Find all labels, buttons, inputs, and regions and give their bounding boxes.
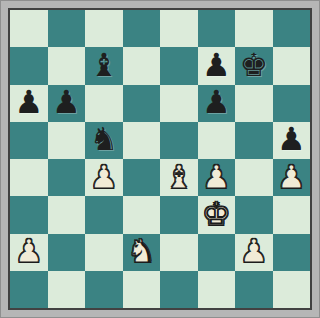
square-b1[interactable] xyxy=(48,271,86,308)
square-f4[interactable]: ♟ xyxy=(198,159,236,196)
square-h2[interactable] xyxy=(273,234,311,271)
piece-white-pawn[interactable]: ♟ xyxy=(202,161,231,193)
board-frame: ♝♟♚♟♟♟♞♟♟♝♟♟♚♟♞♟ xyxy=(0,0,320,318)
square-g1[interactable] xyxy=(235,271,273,308)
square-e2[interactable] xyxy=(160,234,198,271)
square-g3[interactable] xyxy=(235,196,273,233)
square-a1[interactable] xyxy=(10,271,48,308)
square-e3[interactable] xyxy=(160,196,198,233)
square-f3[interactable]: ♚ xyxy=(198,196,236,233)
square-a7[interactable] xyxy=(10,47,48,84)
square-e8[interactable] xyxy=(160,10,198,47)
square-e7[interactable] xyxy=(160,47,198,84)
piece-black-bishop[interactable]: ♝ xyxy=(89,49,118,81)
square-h8[interactable] xyxy=(273,10,311,47)
square-b4[interactable] xyxy=(48,159,86,196)
square-e4[interactable]: ♝ xyxy=(160,159,198,196)
chess-board: ♝♟♚♟♟♟♞♟♟♝♟♟♚♟♞♟ xyxy=(8,8,312,310)
square-d6[interactable] xyxy=(123,85,161,122)
square-h4[interactable]: ♟ xyxy=(273,159,311,196)
square-a8[interactable] xyxy=(10,10,48,47)
square-a6[interactable]: ♟ xyxy=(10,85,48,122)
piece-white-pawn[interactable]: ♟ xyxy=(14,235,43,267)
square-f6[interactable]: ♟ xyxy=(198,85,236,122)
square-d1[interactable] xyxy=(123,271,161,308)
piece-white-knight[interactable]: ♞ xyxy=(127,235,156,267)
piece-white-pawn[interactable]: ♟ xyxy=(89,161,118,193)
piece-black-pawn[interactable]: ♟ xyxy=(277,123,306,155)
square-c6[interactable] xyxy=(85,85,123,122)
square-e6[interactable] xyxy=(160,85,198,122)
square-g2[interactable]: ♟ xyxy=(235,234,273,271)
square-g7[interactable]: ♚ xyxy=(235,47,273,84)
square-a2[interactable]: ♟ xyxy=(10,234,48,271)
square-d2[interactable]: ♞ xyxy=(123,234,161,271)
square-d7[interactable] xyxy=(123,47,161,84)
piece-white-king[interactable]: ♚ xyxy=(202,198,231,230)
square-h1[interactable] xyxy=(273,271,311,308)
square-c2[interactable] xyxy=(85,234,123,271)
square-a3[interactable] xyxy=(10,196,48,233)
square-d8[interactable] xyxy=(123,10,161,47)
square-e1[interactable] xyxy=(160,271,198,308)
square-g5[interactable] xyxy=(235,122,273,159)
square-c5[interactable]: ♞ xyxy=(85,122,123,159)
square-f2[interactable] xyxy=(198,234,236,271)
square-a4[interactable] xyxy=(10,159,48,196)
square-f8[interactable] xyxy=(198,10,236,47)
square-g4[interactable] xyxy=(235,159,273,196)
square-d4[interactable] xyxy=(123,159,161,196)
square-h6[interactable] xyxy=(273,85,311,122)
square-g8[interactable] xyxy=(235,10,273,47)
square-e5[interactable] xyxy=(160,122,198,159)
square-f7[interactable]: ♟ xyxy=(198,47,236,84)
square-h5[interactable]: ♟ xyxy=(273,122,311,159)
piece-white-pawn[interactable]: ♟ xyxy=(277,161,306,193)
piece-black-pawn[interactable]: ♟ xyxy=(52,86,81,118)
square-g6[interactable] xyxy=(235,85,273,122)
piece-black-pawn[interactable]: ♟ xyxy=(202,86,231,118)
square-c1[interactable] xyxy=(85,271,123,308)
piece-white-pawn[interactable]: ♟ xyxy=(239,235,268,267)
square-f5[interactable] xyxy=(198,122,236,159)
square-d3[interactable] xyxy=(123,196,161,233)
piece-black-pawn[interactable]: ♟ xyxy=(202,49,231,81)
square-b2[interactable] xyxy=(48,234,86,271)
square-h7[interactable] xyxy=(273,47,311,84)
piece-black-pawn[interactable]: ♟ xyxy=(14,86,43,118)
piece-white-bishop[interactable]: ♝ xyxy=(164,161,193,193)
square-b8[interactable] xyxy=(48,10,86,47)
square-h3[interactable] xyxy=(273,196,311,233)
square-b5[interactable] xyxy=(48,122,86,159)
square-b3[interactable] xyxy=(48,196,86,233)
square-c4[interactable]: ♟ xyxy=(85,159,123,196)
square-f1[interactable] xyxy=(198,271,236,308)
square-d5[interactable] xyxy=(123,122,161,159)
square-c8[interactable] xyxy=(85,10,123,47)
square-a5[interactable] xyxy=(10,122,48,159)
piece-black-king[interactable]: ♚ xyxy=(239,49,268,81)
piece-black-knight[interactable]: ♞ xyxy=(89,123,118,155)
square-b6[interactable]: ♟ xyxy=(48,85,86,122)
square-c3[interactable] xyxy=(85,196,123,233)
square-b7[interactable] xyxy=(48,47,86,84)
square-c7[interactable]: ♝ xyxy=(85,47,123,84)
